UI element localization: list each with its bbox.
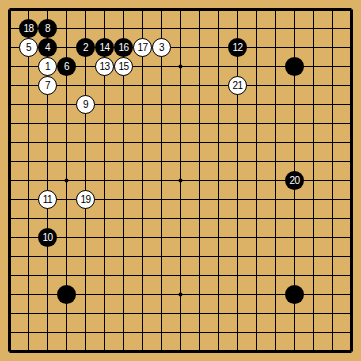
go-board: 123456789101112131415161718192021 (0, 0, 361, 361)
stone-black-14: 14 (95, 38, 114, 57)
stone-white-5: 5 (19, 38, 38, 57)
stone-white-7: 7 (38, 76, 57, 95)
stone-white-1: 1 (38, 57, 57, 76)
stone-black-12: 12 (228, 38, 247, 57)
stone-white-21: 21 (228, 76, 247, 95)
stone-black-20: 20 (285, 171, 304, 190)
stone-white-9: 9 (76, 95, 95, 114)
handicap-stone-black (285, 57, 304, 76)
stone-black-10: 10 (38, 228, 57, 247)
stone-black-6: 6 (57, 57, 76, 76)
stone-white-13: 13 (95, 57, 114, 76)
stone-black-8: 8 (38, 19, 57, 38)
handicap-stone-black (57, 285, 76, 304)
stone-white-17: 17 (133, 38, 152, 57)
stone-white-15: 15 (114, 57, 133, 76)
stone-white-19: 19 (76, 190, 95, 209)
stone-black-2: 2 (76, 38, 95, 57)
stone-layer: 123456789101112131415161718192021 (0, 0, 361, 361)
stone-white-3: 3 (152, 38, 171, 57)
stone-black-4: 4 (38, 38, 57, 57)
stone-black-18: 18 (19, 19, 38, 38)
handicap-stone-black (285, 285, 304, 304)
stone-black-16: 16 (114, 38, 133, 57)
stone-white-11: 11 (38, 190, 57, 209)
